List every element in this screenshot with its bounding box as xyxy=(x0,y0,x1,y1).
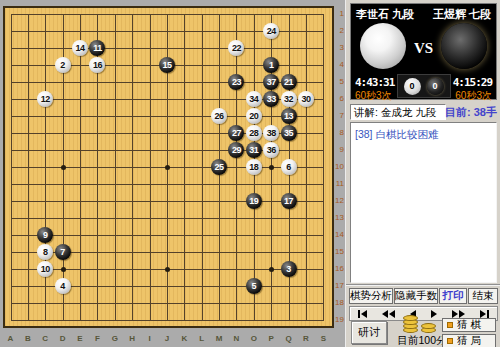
divider xyxy=(346,284,500,286)
black-stone-P5: 37 xyxy=(263,74,279,90)
white-stone-Q10: 6 xyxy=(281,159,297,175)
row-label: 11 xyxy=(333,179,344,189)
white-stone-P8: 38 xyxy=(263,125,279,141)
go-board-grid[interactable]: A1B2C3D4E5F6G7H8I9J10K11L12M13N14O15P16Q… xyxy=(0,0,345,330)
white-stone-D17: 4 xyxy=(55,278,71,294)
star-point xyxy=(269,165,274,170)
column-label: F xyxy=(90,334,104,343)
lecture-row: 讲解: 金成龙 九段 目前: 38手 xyxy=(350,104,497,120)
column-label: A xyxy=(4,334,18,343)
capture-counter-panel: 0 0 xyxy=(397,74,451,98)
black-stone-P4: 1 xyxy=(263,57,279,73)
ff-icon xyxy=(452,310,458,318)
player-info-box: 李世石 九段 王煜辉 七段 VS 4:43:31 4:15:29 0 0 60秒… xyxy=(350,3,497,100)
black-stone-Q12: 17 xyxy=(281,193,297,209)
row-label: 3 xyxy=(333,43,344,53)
column-label: N xyxy=(229,334,243,343)
fast-backward-button[interactable] xyxy=(380,308,397,319)
white-player-name: 李世石 九段 xyxy=(356,7,414,22)
row-label: 13 xyxy=(333,213,344,223)
commentator-field: 讲解: 金成龙 九段 xyxy=(350,104,446,120)
tool-button-row: 棋势分析 隐藏手数 打印 结束 xyxy=(349,288,498,304)
column-label: K xyxy=(177,334,191,343)
white-stone-O10: 18 xyxy=(246,159,262,175)
row-label: 15 xyxy=(333,247,344,257)
column-label: C xyxy=(38,334,52,343)
grid-line xyxy=(202,14,203,322)
ff-icon xyxy=(459,310,465,318)
white-clock: 4:43:31 xyxy=(355,76,394,89)
star-point xyxy=(165,165,170,170)
black-stone-M10: 25 xyxy=(211,159,227,175)
discuss-button[interactable]: 研讨 xyxy=(351,321,387,344)
grid-line xyxy=(236,14,237,322)
grid-line xyxy=(323,14,324,322)
grid-line xyxy=(11,235,325,236)
column-label: H xyxy=(125,334,139,343)
analysis-button[interactable]: 棋势分析 xyxy=(349,288,393,304)
column-label: B xyxy=(21,334,35,343)
star-point xyxy=(61,165,66,170)
row-label: 9 xyxy=(333,145,344,155)
column-label: Q xyxy=(282,334,296,343)
rewind-icon xyxy=(382,310,388,318)
row-label: 2 xyxy=(333,26,344,36)
grid-line xyxy=(11,201,325,202)
row-label: 14 xyxy=(333,230,344,240)
black-stone-O12: 19 xyxy=(246,193,262,209)
hide-move-numbers-button[interactable]: 隐藏手数 xyxy=(394,288,438,304)
row-label: 5 xyxy=(333,77,344,87)
black-stone-image xyxy=(441,23,487,69)
black-stone-Q16: 3 xyxy=(281,261,297,277)
star-point xyxy=(269,267,274,272)
white-stone-C15: 8 xyxy=(37,244,53,260)
grid-line xyxy=(306,14,307,322)
rewind-icon xyxy=(389,310,395,318)
white-stone-C16: 10 xyxy=(37,261,53,277)
white-stone-F4: 16 xyxy=(89,57,105,73)
guess-game-label: 猜 局 xyxy=(457,334,481,347)
black-stone-Q7: 13 xyxy=(281,108,297,124)
white-stone-P9: 36 xyxy=(263,142,279,158)
column-label: M xyxy=(212,334,226,343)
white-stone-N3: 22 xyxy=(228,40,244,56)
row-label: 10 xyxy=(333,162,344,172)
row-label: 16 xyxy=(333,264,344,274)
go-client-window: A1B2C3D4E5F6G7H8I9J10K11L12M13N14O15P16Q… xyxy=(0,0,500,347)
black-stone-N9: 29 xyxy=(228,142,244,158)
black-stone-N8: 27 xyxy=(228,125,244,141)
white-stone-E3: 14 xyxy=(72,40,88,56)
column-label: J xyxy=(160,334,174,343)
black-capture-count: 0 xyxy=(427,78,444,95)
end-button[interactable]: 结束 xyxy=(468,288,498,304)
board-area: A1B2C3D4E5F6G7H8I9J10K11L12M13N14O15P16Q… xyxy=(0,0,345,347)
star-point xyxy=(61,267,66,272)
black-stone-C14: 9 xyxy=(37,227,53,243)
column-label: E xyxy=(73,334,87,343)
step-back-icon xyxy=(361,310,367,318)
black-stone-F3: 11 xyxy=(89,40,105,56)
column-label: R xyxy=(299,334,313,343)
column-label: D xyxy=(56,334,70,343)
white-stone-P2: 24 xyxy=(263,23,279,39)
grid-line xyxy=(184,14,185,322)
grid-line xyxy=(11,184,325,185)
black-clock: 4:15:29 xyxy=(453,76,492,89)
column-label: O xyxy=(247,334,261,343)
white-stone-M7: 26 xyxy=(211,108,227,124)
row-label: 4 xyxy=(333,60,344,70)
black-stone-J4: 15 xyxy=(159,57,175,73)
white-stone-O8: 28 xyxy=(246,125,262,141)
column-label: L xyxy=(195,334,209,343)
white-capture-count: 0 xyxy=(404,78,421,95)
row-label: 7 xyxy=(333,111,344,121)
grid-line xyxy=(11,303,325,304)
bar-icon xyxy=(487,310,489,318)
orange-bullet-icon xyxy=(447,322,453,328)
orange-bullet-icon xyxy=(447,338,453,344)
black-stone-N5: 23 xyxy=(228,74,244,90)
row-label: 19 xyxy=(333,315,344,325)
white-byoyomi: 60秒3次 xyxy=(355,89,392,103)
grid-line xyxy=(11,218,325,219)
black-byoyomi: 60秒3次 xyxy=(455,89,492,103)
commentary-log: [38] 白棋比较困难 xyxy=(350,122,497,283)
row-label: 18 xyxy=(333,298,344,308)
first-move-button[interactable] xyxy=(356,308,369,319)
forward-icon xyxy=(431,310,437,318)
white-stone-C6: 12 xyxy=(37,91,53,107)
white-stone-O6: 34 xyxy=(246,91,262,107)
row-label: 12 xyxy=(333,196,344,206)
black-stone-P6: 33 xyxy=(263,91,279,107)
guess-game-button[interactable]: 猜 局 xyxy=(442,334,496,347)
column-label: G xyxy=(108,334,122,343)
bar-icon xyxy=(358,310,360,318)
step-end-icon xyxy=(480,310,486,318)
black-stone-D15: 7 xyxy=(55,244,71,260)
black-stone-Q5: 21 xyxy=(281,74,297,90)
move-count-status: 目前: 38手 xyxy=(445,105,497,120)
row-label: 6 xyxy=(333,94,344,104)
coins-icon xyxy=(401,318,441,334)
black-stone-Q8: 35 xyxy=(281,125,297,141)
row-label: 8 xyxy=(333,128,344,138)
star-point xyxy=(165,267,170,272)
column-label: S xyxy=(316,334,330,343)
black-stone-O17: 5 xyxy=(246,278,262,294)
column-label: P xyxy=(264,334,278,343)
side-panel: 李世石 九段 王煜辉 七段 VS 4:43:31 4:15:29 0 0 60秒… xyxy=(345,0,500,347)
print-button[interactable]: 打印 xyxy=(439,288,467,304)
column-label: I xyxy=(143,334,157,343)
row-label: 17 xyxy=(333,281,344,291)
white-stone-R6: 30 xyxy=(298,91,314,107)
black-player-name: 王煜辉 七段 xyxy=(433,7,491,22)
white-stone-O7: 20 xyxy=(246,108,262,124)
white-stone-D4: 2 xyxy=(55,57,71,73)
row-label: 1 xyxy=(333,9,344,19)
commentary-line: [38] 白棋比较困难 xyxy=(355,128,438,140)
white-stone-Q6: 32 xyxy=(281,91,297,107)
guess-move-button[interactable]: 猜 棋 xyxy=(442,318,496,332)
guess-move-label: 猜 棋 xyxy=(457,318,481,332)
black-stone-O9: 31 xyxy=(246,142,262,158)
grid-line xyxy=(11,320,325,321)
